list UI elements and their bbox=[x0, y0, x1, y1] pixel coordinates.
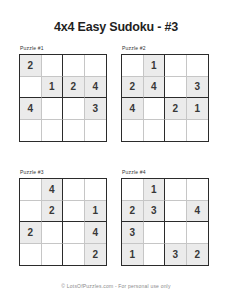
sudoku-grid-3: 421242 bbox=[19, 178, 107, 266]
cell-r3c4: 1 bbox=[187, 98, 209, 120]
cell-r1c1 bbox=[122, 179, 144, 201]
puzzle-2: Puzzle #2 1243421 bbox=[121, 45, 210, 142]
cell-r2c1: 2 bbox=[122, 77, 144, 99]
cell-r3c1: 4 bbox=[122, 98, 144, 120]
puzzle-1-label: Puzzle #1 bbox=[20, 45, 108, 51]
cell-r2c2: 1 bbox=[42, 77, 64, 99]
puzzle-1: Puzzle #1 212443 bbox=[19, 45, 108, 142]
cell-r2c4: 3 bbox=[187, 77, 209, 99]
cell-r4c4: 2 bbox=[85, 244, 107, 266]
puzzle-4-label: Puzzle #4 bbox=[122, 169, 210, 175]
cell-r2c4: 1 bbox=[85, 201, 107, 223]
puzzle-4: Puzzle #4 12343132 bbox=[121, 169, 210, 266]
cell-r1c3 bbox=[63, 55, 85, 77]
cell-r3c1: 3 bbox=[122, 222, 144, 244]
cell-r3c2 bbox=[144, 98, 166, 120]
cell-r4c2 bbox=[144, 120, 166, 142]
cell-r1c3 bbox=[63, 179, 85, 201]
cell-r3c1: 2 bbox=[20, 222, 42, 244]
cell-r3c3 bbox=[63, 222, 85, 244]
puzzle-3: Puzzle #3 421242 bbox=[19, 169, 108, 266]
cell-r2c3 bbox=[165, 201, 187, 223]
cell-r1c4 bbox=[85, 179, 107, 201]
cell-r1c4 bbox=[187, 179, 209, 201]
cell-r2c4: 4 bbox=[85, 77, 107, 99]
cell-r2c1: 2 bbox=[122, 201, 144, 223]
cell-r2c3 bbox=[165, 77, 187, 99]
cell-r4c2 bbox=[42, 120, 64, 142]
cell-r3c4 bbox=[187, 222, 209, 244]
cell-r4c2 bbox=[42, 244, 64, 266]
cell-r4c1 bbox=[20, 244, 42, 266]
cell-r3c2 bbox=[42, 98, 64, 120]
page-title: 4x4 Easy Sudoku - #3 bbox=[0, 20, 232, 34]
cell-r3c3: 2 bbox=[165, 98, 187, 120]
cell-r1c1: 2 bbox=[20, 55, 42, 77]
cell-r4c1: 1 bbox=[122, 244, 144, 266]
cell-r3c4: 3 bbox=[85, 98, 107, 120]
cell-r2c2: 3 bbox=[144, 201, 166, 223]
cell-r1c2: 1 bbox=[144, 179, 166, 201]
cell-r1c2: 4 bbox=[42, 179, 64, 201]
cell-r4c3 bbox=[63, 244, 85, 266]
cell-r4c4 bbox=[187, 120, 209, 142]
cell-r2c3 bbox=[63, 201, 85, 223]
cell-r3c3 bbox=[63, 98, 85, 120]
cell-r1c1 bbox=[122, 55, 144, 77]
cell-r4c4 bbox=[85, 120, 107, 142]
cell-r4c3: 3 bbox=[165, 244, 187, 266]
cell-r4c3 bbox=[165, 120, 187, 142]
cell-r3c2 bbox=[144, 222, 166, 244]
cell-r3c1: 4 bbox=[20, 98, 42, 120]
cell-r4c1 bbox=[122, 120, 144, 142]
cell-r3c3 bbox=[165, 222, 187, 244]
cell-r4c1 bbox=[20, 120, 42, 142]
puzzle-2-label: Puzzle #2 bbox=[122, 45, 210, 51]
cell-r2c4: 4 bbox=[187, 201, 209, 223]
cell-r2c1 bbox=[20, 201, 42, 223]
cell-r1c2: 1 bbox=[144, 55, 166, 77]
cell-r2c1 bbox=[20, 77, 42, 99]
puzzle-3-label: Puzzle #3 bbox=[20, 169, 108, 175]
cell-r3c2 bbox=[42, 222, 64, 244]
cell-r3c4: 4 bbox=[85, 222, 107, 244]
cell-r1c2 bbox=[42, 55, 64, 77]
cell-r1c4 bbox=[187, 55, 209, 77]
cell-r2c2: 4 bbox=[144, 77, 166, 99]
cell-r1c3 bbox=[165, 179, 187, 201]
cell-r1c4 bbox=[85, 55, 107, 77]
sudoku-grid-1: 212443 bbox=[19, 54, 107, 142]
cell-r2c3: 2 bbox=[63, 77, 85, 99]
sudoku-grid-4: 12343132 bbox=[121, 178, 209, 266]
cell-r1c3 bbox=[165, 55, 187, 77]
cell-r2c2: 2 bbox=[42, 201, 64, 223]
cell-r4c4: 2 bbox=[187, 244, 209, 266]
sudoku-grid-2: 1243421 bbox=[121, 54, 209, 142]
cell-r4c2 bbox=[144, 244, 166, 266]
cell-r4c3 bbox=[63, 120, 85, 142]
cell-r1c1 bbox=[20, 179, 42, 201]
copyright-footer: © LotsOfPuzzles.com - For personal use o… bbox=[0, 283, 232, 289]
